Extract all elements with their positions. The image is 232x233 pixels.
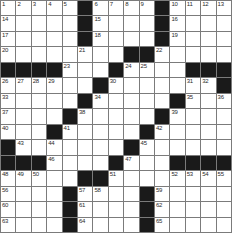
- cell-r14c14[interactable]: [201, 202, 215, 216]
- cell-r3c1[interactable]: 17: [1, 32, 15, 46]
- cell-r14c4[interactable]: [47, 202, 61, 216]
- cell-r8c15[interactable]: [217, 109, 231, 123]
- cell-r7c2[interactable]: [16, 94, 30, 108]
- clue-number-35: 35: [187, 94, 193, 101]
- cell-r11c7[interactable]: [93, 156, 107, 170]
- cell-r10c14[interactable]: [201, 140, 215, 154]
- cell-r5c11[interactable]: [155, 63, 169, 77]
- cell-r4c7[interactable]: [93, 47, 107, 61]
- cell-r7c3[interactable]: [32, 94, 46, 108]
- cell-r15c8[interactable]: [109, 218, 123, 232]
- crossword-grid: 1234567891011121314151617181920212223242…: [0, 0, 232, 233]
- cell-r2c5[interactable]: [63, 16, 77, 30]
- cell-r14c1[interactable]: 60: [1, 202, 15, 216]
- clue-number-19: 19: [171, 32, 177, 39]
- cell-r15c9[interactable]: [124, 218, 138, 232]
- cell-r2c4[interactable]: [47, 16, 61, 30]
- black-cell-r1c11: [155, 1, 169, 15]
- cell-r1c15[interactable]: 13: [217, 1, 231, 15]
- cell-r2c13[interactable]: [186, 16, 200, 30]
- cell-r3c12[interactable]: 19: [170, 32, 184, 46]
- cell-r4c6[interactable]: 21: [78, 47, 92, 61]
- clue-number-60: 60: [2, 202, 8, 209]
- cell-r3c9[interactable]: [124, 32, 138, 46]
- clue-number-41: 41: [64, 125, 70, 132]
- black-cell-r14c5: [63, 202, 77, 216]
- clue-number-59: 59: [156, 187, 162, 194]
- cell-r8c2[interactable]: [16, 109, 30, 123]
- cell-r14c9[interactable]: [124, 202, 138, 216]
- cell-r12c13[interactable]: 53: [186, 171, 200, 185]
- cell-r7c14[interactable]: [201, 94, 215, 108]
- cell-r6c14[interactable]: 32: [201, 78, 215, 92]
- clue-number-36: 36: [218, 94, 224, 101]
- cell-r7c8[interactable]: [109, 94, 123, 108]
- cell-r8c14[interactable]: [201, 109, 215, 123]
- cell-r6c3[interactable]: 28: [32, 78, 46, 92]
- cell-r15c13[interactable]: [186, 218, 200, 232]
- cell-r8c10[interactable]: [140, 109, 154, 123]
- clue-number-7: 7: [110, 1, 113, 8]
- clue-number-33: 33: [2, 94, 8, 101]
- cell-r7c11[interactable]: [155, 94, 169, 108]
- cell-r13c1[interactable]: 56: [1, 187, 15, 201]
- cell-r5c9[interactable]: 24: [124, 63, 138, 77]
- cell-r11c9[interactable]: 47: [124, 156, 138, 170]
- cell-r13c3[interactable]: [32, 187, 46, 201]
- clue-number-20: 20: [2, 47, 8, 54]
- cell-r15c2[interactable]: [16, 218, 30, 232]
- clue-number-8: 8: [125, 1, 128, 8]
- clue-number-64: 64: [79, 218, 85, 225]
- cell-r4c8[interactable]: [109, 47, 123, 61]
- cell-r10c7[interactable]: [93, 140, 107, 154]
- clue-number-27: 27: [17, 78, 23, 85]
- clue-number-30: 30: [110, 78, 116, 85]
- cell-r5c7[interactable]: [93, 63, 107, 77]
- clue-number-51: 51: [110, 171, 116, 178]
- cell-r6c6[interactable]: [78, 78, 92, 92]
- black-cell-r11c13: [186, 156, 200, 170]
- clue-number-17: 17: [2, 32, 8, 39]
- cell-r11c11[interactable]: [155, 156, 169, 170]
- cell-r6c5[interactable]: [63, 78, 77, 92]
- black-cell-r13c5: [63, 187, 77, 201]
- black-cell-r6c15: [217, 78, 231, 92]
- cell-r9c11[interactable]: 42: [155, 125, 169, 139]
- cell-r5c5[interactable]: 23: [63, 63, 77, 77]
- cell-r10c4[interactable]: 44: [47, 140, 61, 154]
- black-cell-r10c9: [124, 140, 138, 154]
- cell-r13c9[interactable]: [124, 187, 138, 201]
- cell-r11c5[interactable]: [63, 156, 77, 170]
- black-cell-r5c2: [16, 63, 30, 77]
- cell-r8c1[interactable]: 37: [1, 109, 15, 123]
- cell-r6c4[interactable]: 29: [47, 78, 61, 92]
- clue-number-29: 29: [48, 78, 54, 85]
- clue-number-39: 39: [171, 109, 177, 116]
- cell-r1c5[interactable]: 5: [63, 1, 77, 15]
- clue-number-55: 55: [218, 171, 224, 178]
- cell-r13c2[interactable]: [16, 187, 30, 201]
- cell-r12c1[interactable]: 48: [1, 171, 15, 185]
- clue-number-47: 47: [125, 156, 131, 163]
- black-cell-r4c9: [124, 47, 138, 61]
- cell-r6c13[interactable]: 31: [186, 78, 200, 92]
- cell-r10c15[interactable]: [217, 140, 231, 154]
- clue-number-18: 18: [94, 32, 100, 39]
- cell-r13c14[interactable]: [201, 187, 215, 201]
- cell-r6c12[interactable]: [170, 78, 184, 92]
- cell-r6c1[interactable]: 26: [1, 78, 15, 92]
- cell-r2c15[interactable]: [217, 16, 231, 30]
- black-cell-r11c2: [16, 156, 30, 170]
- cell-r7c15[interactable]: 36: [217, 94, 231, 108]
- black-cell-r8c5: [63, 109, 77, 123]
- cell-r11c10[interactable]: [140, 156, 154, 170]
- cell-r10c8[interactable]: [109, 140, 123, 154]
- clue-number-61: 61: [79, 202, 85, 209]
- clue-number-50: 50: [33, 171, 39, 178]
- cell-r15c1[interactable]: 63: [1, 218, 15, 232]
- cell-r1c14[interactable]: 12: [201, 1, 215, 15]
- cell-r6c2[interactable]: 27: [16, 78, 30, 92]
- clue-number-12: 12: [202, 1, 208, 8]
- cell-r2c10[interactable]: [140, 16, 154, 30]
- clue-number-32: 32: [202, 78, 208, 85]
- black-cell-r12c7: [93, 171, 107, 185]
- cell-r10c12[interactable]: [170, 140, 184, 154]
- clue-number-15: 15: [94, 16, 100, 23]
- clue-number-6: 6: [94, 1, 97, 8]
- cell-r12c8[interactable]: 51: [109, 171, 123, 185]
- black-cell-r11c8: [109, 156, 123, 170]
- cell-r12c14[interactable]: 54: [201, 171, 215, 185]
- clue-number-34: 34: [94, 94, 100, 101]
- cell-r4c12[interactable]: [170, 47, 184, 61]
- clue-number-1: 1: [2, 1, 5, 8]
- cell-r4c1[interactable]: 20: [1, 47, 15, 61]
- clue-number-26: 26: [2, 78, 8, 85]
- clue-number-5: 5: [64, 1, 67, 8]
- cell-r9c5[interactable]: 41: [63, 125, 77, 139]
- cell-r9c1[interactable]: 40: [1, 125, 15, 139]
- cell-r15c6[interactable]: 64: [78, 218, 92, 232]
- cell-r15c15[interactable]: [217, 218, 231, 232]
- cell-r1c10[interactable]: 9: [140, 1, 154, 15]
- cell-r2c3[interactable]: [32, 16, 46, 30]
- cell-r14c11[interactable]: 62: [155, 202, 169, 216]
- clue-number-57: 57: [79, 187, 85, 194]
- black-cell-r1c6: [78, 1, 92, 15]
- clue-number-52: 52: [171, 171, 177, 178]
- cell-r15c4[interactable]: [47, 218, 61, 232]
- cell-r9c3[interactable]: [32, 125, 46, 139]
- cell-r3c4[interactable]: [47, 32, 61, 46]
- cell-r13c13[interactable]: [186, 187, 200, 201]
- cell-r6c8[interactable]: 30: [109, 78, 123, 92]
- clue-number-43: 43: [17, 140, 23, 147]
- cell-r3c7[interactable]: 18: [93, 32, 107, 46]
- cell-r9c6[interactable]: [78, 125, 92, 139]
- black-cell-r3c6: [78, 32, 92, 46]
- cell-r1c2[interactable]: 2: [16, 1, 30, 15]
- black-cell-r2c11: [155, 16, 169, 30]
- cell-r1c3[interactable]: 3: [32, 1, 46, 15]
- clue-number-23: 23: [64, 63, 70, 70]
- clue-number-25: 25: [141, 63, 147, 70]
- clue-number-4: 4: [48, 1, 51, 8]
- black-cell-r15c10: [140, 218, 154, 232]
- cell-r2c9[interactable]: [124, 16, 138, 30]
- crossword-board: 1234567891011121314151617181920212223242…: [0, 0, 232, 233]
- cell-r1c4[interactable]: 4: [47, 1, 61, 15]
- cell-r7c13[interactable]: 35: [186, 94, 200, 108]
- black-cell-r11c12: [170, 156, 184, 170]
- cell-r4c13[interactable]: [186, 47, 200, 61]
- cell-r1c8[interactable]: 7: [109, 1, 123, 15]
- cell-r2c14[interactable]: [201, 16, 215, 30]
- cell-r4c14[interactable]: [201, 47, 215, 61]
- clue-number-53: 53: [187, 171, 193, 178]
- clue-number-58: 58: [94, 187, 100, 194]
- cell-r14c15[interactable]: [217, 202, 231, 216]
- cell-r9c8[interactable]: [109, 125, 123, 139]
- clue-number-62: 62: [156, 202, 162, 209]
- cell-r8c4[interactable]: [47, 109, 61, 123]
- black-cell-r15c5: [63, 218, 77, 232]
- clue-number-44: 44: [48, 140, 54, 147]
- clue-number-31: 31: [187, 78, 193, 85]
- cell-r11c4[interactable]: 46: [47, 156, 61, 170]
- cell-r10c5[interactable]: [63, 140, 77, 154]
- cell-r12c3[interactable]: 50: [32, 171, 46, 185]
- black-cell-r5c8: [109, 63, 123, 77]
- cell-r7c10[interactable]: [140, 94, 154, 108]
- cell-r4c2[interactable]: [16, 47, 30, 61]
- cell-r14c2[interactable]: [16, 202, 30, 216]
- black-cell-r14c10: [140, 202, 154, 216]
- cell-r13c12[interactable]: [170, 187, 184, 201]
- clue-number-28: 28: [33, 78, 39, 85]
- black-cell-r7c12: [170, 94, 184, 108]
- cell-r3c13[interactable]: [186, 32, 200, 46]
- cell-r9c7[interactable]: [93, 125, 107, 139]
- cell-r4c15[interactable]: [217, 47, 231, 61]
- cell-r13c7[interactable]: 58: [93, 187, 107, 201]
- clue-number-56: 56: [2, 187, 8, 194]
- cell-r10c6[interactable]: [78, 140, 92, 154]
- cell-r12c10[interactable]: [140, 171, 154, 185]
- cell-r3c15[interactable]: [217, 32, 231, 46]
- clue-number-46: 46: [48, 156, 54, 163]
- clue-number-54: 54: [202, 171, 208, 178]
- cell-r8c9[interactable]: [124, 109, 138, 123]
- cell-r3c5[interactable]: [63, 32, 77, 46]
- clue-number-37: 37: [2, 109, 8, 116]
- clue-number-10: 10: [171, 1, 177, 8]
- clue-number-65: 65: [156, 218, 162, 225]
- cell-r9c13[interactable]: [186, 125, 200, 139]
- cell-r3c8[interactable]: [109, 32, 123, 46]
- cell-r14c6[interactable]: 61: [78, 202, 92, 216]
- cell-r6c11[interactable]: [155, 78, 169, 92]
- cell-r15c12[interactable]: [170, 218, 184, 232]
- cell-r14c8[interactable]: [109, 202, 123, 216]
- black-cell-r5c15: [217, 63, 231, 77]
- cell-r13c4[interactable]: [47, 187, 61, 201]
- cell-r8c6[interactable]: 38: [78, 109, 92, 123]
- cell-r4c3[interactable]: [32, 47, 46, 61]
- cell-r2c7[interactable]: 15: [93, 16, 107, 30]
- cell-r3c14[interactable]: [201, 32, 215, 46]
- clue-number-13: 13: [218, 1, 224, 8]
- cell-r13c8[interactable]: [109, 187, 123, 201]
- black-cell-r5c3: [32, 63, 46, 77]
- cell-r9c15[interactable]: [217, 125, 231, 139]
- cell-r10c13[interactable]: [186, 140, 200, 154]
- cell-r7c1[interactable]: 33: [1, 94, 15, 108]
- black-cell-r11c1: [1, 156, 15, 170]
- cell-r7c7[interactable]: 34: [93, 94, 107, 108]
- cell-r10c2[interactable]: 43: [16, 140, 30, 154]
- cell-r8c3[interactable]: [32, 109, 46, 123]
- cell-r8c13[interactable]: [186, 109, 200, 123]
- cell-r12c4[interactable]: [47, 171, 61, 185]
- cell-r8c7[interactable]: [93, 109, 107, 123]
- cell-r1c12[interactable]: 10: [170, 1, 184, 15]
- cell-r10c3[interactable]: [32, 140, 46, 154]
- cell-r6c9[interactable]: [124, 78, 138, 92]
- black-cell-r12c6: [78, 171, 92, 185]
- clue-number-45: 45: [141, 140, 147, 147]
- clue-number-22: 22: [156, 47, 162, 54]
- black-cell-r3c11: [155, 32, 169, 46]
- black-cell-r5c14: [201, 63, 215, 77]
- cell-r14c7[interactable]: [93, 202, 107, 216]
- cell-r12c15[interactable]: 55: [217, 171, 231, 185]
- clue-number-42: 42: [156, 125, 162, 132]
- black-cell-r9c10: [140, 125, 154, 139]
- clue-number-49: 49: [17, 171, 23, 178]
- clue-number-14: 14: [2, 16, 8, 23]
- cell-r5c6[interactable]: [78, 63, 92, 77]
- clue-number-38: 38: [79, 109, 85, 116]
- clue-number-2: 2: [17, 1, 20, 8]
- cell-r14c12[interactable]: [170, 202, 184, 216]
- cell-r11c6[interactable]: [78, 156, 92, 170]
- cell-r1c13[interactable]: 11: [186, 1, 200, 15]
- cell-r14c13[interactable]: [186, 202, 200, 216]
- cell-r1c1[interactable]: 1: [1, 1, 15, 15]
- black-cell-r6c7: [93, 78, 107, 92]
- cell-r9c12[interactable]: [170, 125, 184, 139]
- cell-r2c1[interactable]: 14: [1, 16, 15, 30]
- cell-r12c11[interactable]: [155, 171, 169, 185]
- black-cell-r10c1: [1, 140, 15, 154]
- black-cell-r5c4: [47, 63, 61, 77]
- cell-r15c14[interactable]: [201, 218, 215, 232]
- black-cell-r9c4: [47, 125, 61, 139]
- cell-r3c2[interactable]: [16, 32, 30, 46]
- black-cell-r5c13: [186, 63, 200, 77]
- black-cell-r13c10: [140, 187, 154, 201]
- cell-r12c12[interactable]: 52: [170, 171, 184, 185]
- cell-r3c3[interactable]: [32, 32, 46, 46]
- cell-r3c10[interactable]: [140, 32, 154, 46]
- cell-r4c5[interactable]: [63, 47, 77, 61]
- cell-r7c5[interactable]: [63, 94, 77, 108]
- cell-r5c12[interactable]: [170, 63, 184, 77]
- cell-r9c2[interactable]: [16, 125, 30, 139]
- clue-number-48: 48: [2, 171, 8, 178]
- clue-number-63: 63: [2, 218, 8, 225]
- cell-r13c6[interactable]: 57: [78, 187, 92, 201]
- cell-r4c4[interactable]: [47, 47, 61, 61]
- clue-number-40: 40: [2, 125, 8, 132]
- cell-r8c8[interactable]: [109, 109, 123, 123]
- black-cell-r11c14: [201, 156, 215, 170]
- cell-r9c9[interactable]: [124, 125, 138, 139]
- cell-r15c11[interactable]: 65: [155, 218, 169, 232]
- cell-r2c8[interactable]: [109, 16, 123, 30]
- black-cell-r11c15: [217, 156, 231, 170]
- black-cell-r7c6: [78, 94, 92, 108]
- cell-r12c9[interactable]: [124, 171, 138, 185]
- clue-number-9: 9: [141, 1, 144, 8]
- cell-r2c2[interactable]: [16, 16, 30, 30]
- cell-r13c15[interactable]: [217, 187, 231, 201]
- cell-r1c9[interactable]: 8: [124, 1, 138, 15]
- cell-r4c11[interactable]: 22: [155, 47, 169, 61]
- clue-number-11: 11: [187, 1, 193, 8]
- cell-r13c11[interactable]: 59: [155, 187, 169, 201]
- cell-r1c7[interactable]: 6: [93, 1, 107, 15]
- cell-r10c10[interactable]: 45: [140, 140, 154, 154]
- cell-r8c12[interactable]: 39: [170, 109, 184, 123]
- black-cell-r5c1: [1, 63, 15, 77]
- clue-number-21: 21: [79, 47, 85, 54]
- cell-r7c4[interactable]: [47, 94, 61, 108]
- cell-r5c10[interactable]: 25: [140, 63, 154, 77]
- cell-r9c14[interactable]: [201, 125, 215, 139]
- cell-r15c3[interactable]: [32, 218, 46, 232]
- black-cell-r11c3: [32, 156, 46, 170]
- cell-r7c9[interactable]: [124, 94, 138, 108]
- cell-r15c7[interactable]: [93, 218, 107, 232]
- cell-r2c12[interactable]: 16: [170, 16, 184, 30]
- black-cell-r8c11: [155, 109, 169, 123]
- cell-r10c11[interactable]: [155, 140, 169, 154]
- cell-r12c2[interactable]: 49: [16, 171, 30, 185]
- clue-number-24: 24: [125, 63, 131, 70]
- black-cell-r2c6: [78, 16, 92, 30]
- clue-number-3: 3: [33, 1, 36, 8]
- clue-number-16: 16: [171, 16, 177, 23]
- cell-r6c10[interactable]: [140, 78, 154, 92]
- black-cell-r4c10: [140, 47, 154, 61]
- cell-r12c5[interactable]: [63, 171, 77, 185]
- cell-r14c3[interactable]: [32, 202, 46, 216]
